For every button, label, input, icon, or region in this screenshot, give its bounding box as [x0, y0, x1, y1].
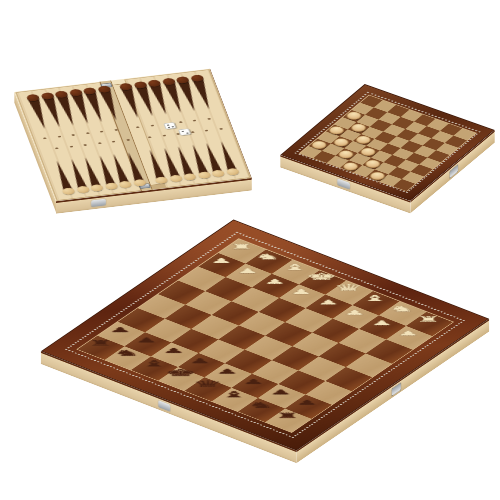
die-pip — [182, 131, 184, 132]
peg-hole — [190, 131, 194, 133]
die-pip — [186, 132, 188, 133]
peg-hole — [207, 118, 211, 120]
peg-hole — [150, 125, 154, 127]
peg-hole — [219, 128, 223, 130]
die-pip — [168, 127, 170, 128]
die-pip — [172, 126, 174, 127]
backgammon-die — [178, 128, 191, 135]
checkers-board — [280, 84, 494, 201]
chess-board: ♜♞♝♚♛♝♞♜♟♟♟♟♟♟♟♟♟♟♟♟♟♟♟♟♜♞♝♚♛♝♞♜ — [41, 220, 489, 451]
latch-clasp — [337, 178, 350, 189]
latch-clasp — [450, 165, 458, 179]
latch-clasp — [392, 383, 401, 396]
peg-hole — [179, 121, 183, 123]
latch-clasp — [91, 199, 106, 207]
product-photo: ♜♞♝♚♛♝♞♜♟♟♟♟♟♟♟♟♟♟♟♟♟♟♟♟♜♞♝♚♛♝♞♜ — [0, 0, 500, 500]
peg-hole — [114, 129, 118, 131]
peg-hole — [86, 132, 90, 134]
die-pip — [167, 124, 169, 125]
backgammon-die — [163, 122, 176, 129]
backgammon-board — [14, 69, 251, 202]
latch-clasp — [158, 400, 170, 412]
